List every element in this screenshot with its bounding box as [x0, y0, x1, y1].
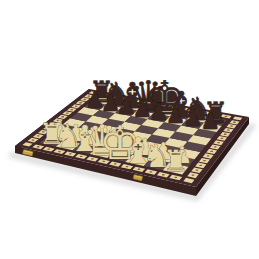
tile-ornament-mark: [196, 170, 199, 171]
tile-ornament-mark: [210, 151, 213, 152]
tile-ornament-mark: [221, 138, 224, 139]
tile-ornament-mark: [233, 122, 236, 123]
tile-ornament-mark: [75, 106, 78, 107]
tile-ornament-mark: [230, 126, 233, 127]
piece-black-pawn-h7: ♟: [200, 108, 221, 134]
tile-ornament-mark: [79, 102, 82, 103]
chess-set-product-photo[interactable]: ♜♞♟♝♟♛♟♚♟♝♟♞♟♜♟♟♟♟♜♟♞♟♝♟♛♟♚♟♝♟♞♜: [0, 0, 259, 259]
chess-board-scene: ♜♞♟♝♟♛♟♚♟♝♟♞♟♜♟♟♟♟♜♟♞♟♝♟♛♟♚♟♝♟♞♜: [0, 0, 259, 259]
tile-ornament-mark: [192, 175, 195, 176]
tile-ornament-mark: [66, 113, 69, 114]
tile-ornament-mark: [203, 160, 206, 161]
tile-ornament-mark: [217, 142, 220, 143]
tile-ornament-mark: [199, 165, 202, 166]
tile-ornament-mark: [71, 109, 74, 110]
tile-ornament-mark: [207, 155, 210, 156]
tile-ornament-mark: [32, 139, 35, 140]
piece-white-rook-h1: ♜: [163, 144, 189, 178]
tile-ornament-mark: [224, 134, 227, 135]
tile-ornament-mark: [214, 146, 217, 147]
